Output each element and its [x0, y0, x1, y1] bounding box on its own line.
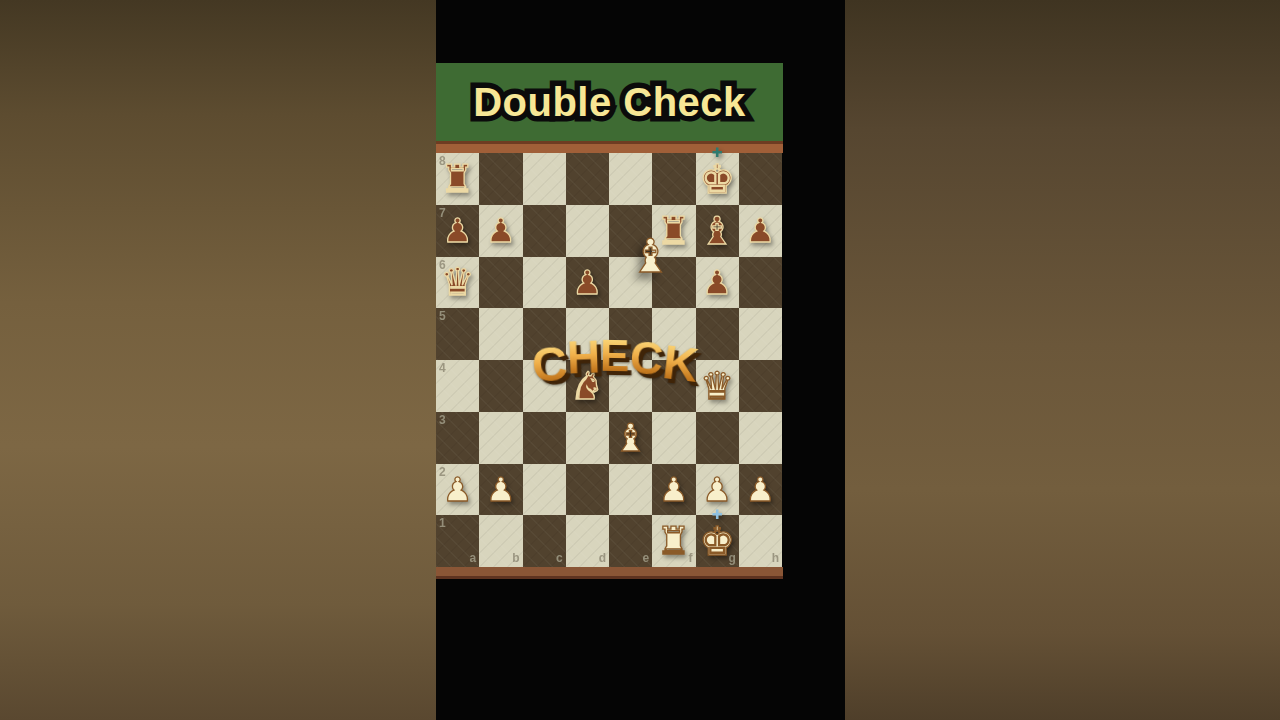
white-pawn[interactable]: ♟ — [652, 464, 695, 516]
square-h2[interactable]: ♟ — [739, 464, 782, 516]
square-f2[interactable]: ♟ — [652, 464, 695, 516]
square-c8[interactable] — [523, 153, 566, 205]
black-bishop[interactable]: ♝ — [696, 205, 739, 257]
white-king-cross-icon: ✚ — [712, 508, 723, 521]
square-h1[interactable]: h — [739, 515, 782, 567]
square-h6[interactable] — [739, 257, 782, 309]
square-d1[interactable]: d — [566, 515, 609, 567]
white-pawn-icon: ♟ — [443, 473, 473, 506]
square-b2[interactable]: ♟ — [479, 464, 522, 516]
black-queen-icon: ♛ — [441, 263, 475, 301]
check-letter: K — [660, 337, 701, 390]
black-bishop-icon: ♝ — [700, 212, 734, 250]
square-c6[interactable] — [523, 257, 566, 309]
square-b3[interactable] — [479, 412, 522, 464]
square-a6[interactable]: 6♛ — [436, 257, 479, 309]
square-a7[interactable]: 7♟ — [436, 205, 479, 257]
file-label-a: a — [470, 551, 477, 565]
square-c3[interactable] — [523, 412, 566, 464]
left-background-panel — [0, 0, 436, 720]
black-queen[interactable]: ♛ — [436, 257, 479, 309]
square-a8[interactable]: 8♜ — [436, 153, 479, 205]
square-c2[interactable] — [523, 464, 566, 516]
rank-label-1: 1 — [439, 516, 446, 530]
black-pawn[interactable]: ♟ — [436, 205, 479, 257]
black-pawn[interactable]: ♟ — [739, 205, 782, 257]
black-pawn[interactable]: ♟ — [566, 257, 609, 309]
white-bishop-floating[interactable]: ♝ — [629, 231, 672, 283]
rank-label-4: 4 — [439, 361, 446, 375]
square-g6[interactable]: ♟ — [696, 257, 739, 309]
check-letter: C — [530, 338, 570, 390]
black-rook[interactable]: ♜ — [436, 153, 479, 205]
board-frame-top — [436, 141, 783, 153]
square-b5[interactable] — [479, 308, 522, 360]
white-rook-icon: ♜ — [657, 522, 691, 560]
square-e1[interactable]: e — [609, 515, 652, 567]
square-b4[interactable] — [479, 360, 522, 412]
square-b8[interactable] — [479, 153, 522, 205]
file-label-e: e — [643, 551, 650, 565]
black-king-icon: ♚ — [699, 159, 735, 199]
white-pawn-icon: ♟ — [746, 473, 776, 506]
square-e6[interactable]: ♝ — [609, 257, 652, 309]
white-pawn[interactable]: ♟ — [479, 464, 522, 516]
square-a2[interactable]: 2♟ — [436, 464, 479, 516]
square-c7[interactable] — [523, 205, 566, 257]
square-e8[interactable] — [609, 153, 652, 205]
square-f1[interactable]: f♜ — [652, 515, 695, 567]
square-h5[interactable] — [739, 308, 782, 360]
white-bishop-icon: ♝ — [630, 233, 671, 279]
black-pawn[interactable]: ♟ — [696, 257, 739, 309]
check-letter: E — [600, 334, 630, 379]
white-king-icon: ♚ — [699, 521, 735, 561]
square-a5[interactable]: 5 — [436, 308, 479, 360]
square-h7[interactable]: ♟ — [739, 205, 782, 257]
square-f3[interactable] — [652, 412, 695, 464]
black-pawn-icon: ♟ — [573, 266, 603, 299]
white-king[interactable]: ♚✚ — [696, 515, 739, 567]
square-e2[interactable] — [609, 464, 652, 516]
square-h4[interactable] — [739, 360, 782, 412]
black-king[interactable]: ♚✚ — [696, 153, 739, 205]
square-d3[interactable] — [566, 412, 609, 464]
white-pawn[interactable]: ♟ — [739, 464, 782, 516]
black-king-cross-icon: ✚ — [712, 146, 723, 159]
white-pawn-icon: ♟ — [486, 473, 516, 506]
white-bishop-icon: ♝ — [614, 419, 648, 457]
right-background-panel — [845, 0, 1280, 720]
rank-label-5: 5 — [439, 309, 446, 323]
square-d7[interactable] — [566, 205, 609, 257]
square-d6[interactable]: ♟ — [566, 257, 609, 309]
chess-board: CHECK 8♜♚✚7♟♟♜♝♟6♛♟♝♟54♞♛3♝2♟♟♟♟♟1abcdef… — [436, 153, 782, 567]
square-d2[interactable] — [566, 464, 609, 516]
file-label-b: b — [512, 551, 519, 565]
square-b7[interactable]: ♟ — [479, 205, 522, 257]
white-pawn[interactable]: ♟ — [436, 464, 479, 516]
page-title: Double Check — [473, 80, 746, 124]
square-a3[interactable]: 3 — [436, 412, 479, 464]
square-e3[interactable]: ♝ — [609, 412, 652, 464]
file-label-h: h — [772, 551, 779, 565]
square-c1[interactable]: c — [523, 515, 566, 567]
square-g8[interactable]: ♚✚ — [696, 153, 739, 205]
black-pawn-icon: ♟ — [702, 266, 732, 299]
white-bishop[interactable]: ♝ — [609, 412, 652, 464]
black-pawn-icon: ♟ — [443, 214, 473, 247]
black-pawn[interactable]: ♟ — [479, 205, 522, 257]
square-g1[interactable]: g♚✚ — [696, 515, 739, 567]
phone-screenshot-strip: Double Check Double Check CHECK 8♜♚✚7♟♟♜… — [436, 0, 845, 720]
square-h8[interactable] — [739, 153, 782, 205]
file-label-d: d — [599, 551, 606, 565]
white-pawn-icon: ♟ — [659, 473, 689, 506]
white-rook[interactable]: ♜ — [652, 515, 695, 567]
white-pawn-icon: ♟ — [702, 473, 732, 506]
square-g7[interactable]: ♝ — [696, 205, 739, 257]
rank-label-3: 3 — [439, 413, 446, 427]
square-h3[interactable] — [739, 412, 782, 464]
square-a1[interactable]: 1a — [436, 515, 479, 567]
check-letter: H — [566, 333, 601, 380]
board-frame-bottom — [436, 567, 783, 579]
square-d8[interactable] — [566, 153, 609, 205]
square-b1[interactable]: b — [479, 515, 522, 567]
black-pawn-icon: ♟ — [486, 214, 516, 247]
check-letter: C — [628, 334, 664, 382]
black-rook-icon: ♜ — [441, 160, 475, 198]
black-pawn-icon: ♟ — [746, 214, 776, 247]
square-b6[interactable] — [479, 257, 522, 309]
video-frame: Double Check Double Check CHECK 8♜♚✚7♟♟♜… — [0, 0, 1280, 720]
square-g3[interactable] — [696, 412, 739, 464]
title-banner: Double Check Double Check — [436, 63, 783, 141]
check-text-overlay: CHECK — [522, 329, 708, 391]
square-f8[interactable] — [652, 153, 695, 205]
file-label-c: c — [556, 551, 563, 565]
square-a4[interactable]: 4 — [436, 360, 479, 412]
